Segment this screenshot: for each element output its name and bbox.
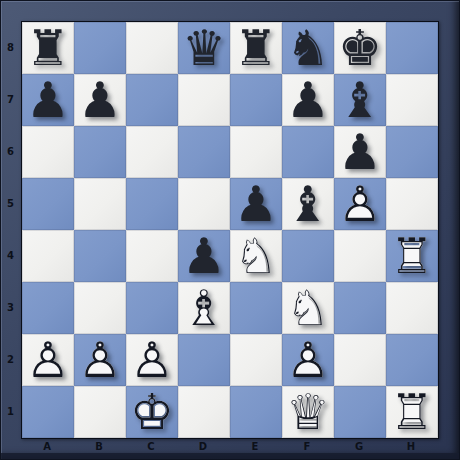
black-queen-glyph: ♛ xyxy=(178,22,230,74)
piece-black-pawn-e5[interactable]: ♟ xyxy=(230,178,282,230)
square-d8[interactable]: ♛ xyxy=(178,22,230,74)
rank-label: 3 xyxy=(0,281,21,333)
rank-label: 5 xyxy=(0,177,21,229)
piece-black-bishop-g7[interactable]: ♝ xyxy=(334,74,386,126)
black-rook-glyph: ♜ xyxy=(22,22,74,74)
white-knight-outline-glyph: ♘ xyxy=(282,282,334,334)
file-label: C xyxy=(125,438,177,454)
piece-white-rook-h1[interactable]: ♜♖ xyxy=(386,386,438,438)
file-label: B xyxy=(73,438,125,454)
piece-black-pawn-f7[interactable]: ♟ xyxy=(282,74,334,126)
square-e1[interactable] xyxy=(230,386,282,438)
rank-label: 2 xyxy=(0,333,21,385)
piece-white-pawn-c2[interactable]: ♟♙ xyxy=(126,334,178,386)
square-g8[interactable]: ♚ xyxy=(334,22,386,74)
piece-white-knight-f3[interactable]: ♞♘ xyxy=(282,282,334,334)
piece-black-bishop-f5[interactable]: ♝ xyxy=(282,178,334,230)
file-labels: ABCDEFGH xyxy=(21,438,437,454)
square-c7[interactable] xyxy=(126,74,178,126)
file-label: E xyxy=(229,438,281,454)
square-b3[interactable] xyxy=(74,282,126,334)
square-b8[interactable] xyxy=(74,22,126,74)
file-label: F xyxy=(281,438,333,454)
square-d3[interactable]: ♝♗ xyxy=(178,282,230,334)
square-g4[interactable] xyxy=(334,230,386,282)
square-e2[interactable] xyxy=(230,334,282,386)
piece-white-pawn-f2[interactable]: ♟♙ xyxy=(282,334,334,386)
square-h2[interactable] xyxy=(386,334,438,386)
square-c5[interactable] xyxy=(126,178,178,230)
piece-white-bishop-d3[interactable]: ♝♗ xyxy=(178,282,230,334)
rank-label: 8 xyxy=(0,21,21,73)
black-pawn-glyph: ♟ xyxy=(230,178,282,230)
white-rook-outline-glyph: ♖ xyxy=(386,386,438,438)
chess-board-frame: 87654321 ♜♛♜♞♚♟♟♟♝♟♟♝♟♙♟♞♘♜♖♝♗♞♘♟♙♟♙♟♙♟♙… xyxy=(0,0,460,460)
square-f7[interactable]: ♟ xyxy=(282,74,334,126)
white-bishop-outline-glyph: ♗ xyxy=(178,282,230,334)
square-c3[interactable] xyxy=(126,282,178,334)
square-b4[interactable] xyxy=(74,230,126,282)
black-rook-glyph: ♜ xyxy=(230,22,282,74)
white-queen-outline-glyph: ♕ xyxy=(282,386,334,438)
square-g3[interactable] xyxy=(334,282,386,334)
square-b7[interactable]: ♟ xyxy=(74,74,126,126)
file-label: G xyxy=(333,438,385,454)
square-b5[interactable] xyxy=(74,178,126,230)
black-pawn-glyph: ♟ xyxy=(22,74,74,126)
white-knight-outline-glyph: ♘ xyxy=(230,230,282,282)
piece-white-pawn-g5[interactable]: ♟♙ xyxy=(334,178,386,230)
white-pawn-outline-glyph: ♙ xyxy=(282,334,334,386)
piece-white-pawn-b2[interactable]: ♟♙ xyxy=(74,334,126,386)
piece-white-king-c1[interactable]: ♚♔ xyxy=(126,386,178,438)
rank-label: 1 xyxy=(0,385,21,437)
rank-label: 4 xyxy=(0,229,21,281)
square-h3[interactable] xyxy=(386,282,438,334)
piece-black-rook-e8[interactable]: ♜ xyxy=(230,22,282,74)
piece-black-pawn-b7[interactable]: ♟ xyxy=(74,74,126,126)
square-g7[interactable]: ♝ xyxy=(334,74,386,126)
square-d2[interactable] xyxy=(178,334,230,386)
file-label: D xyxy=(177,438,229,454)
white-pawn-outline-glyph: ♙ xyxy=(22,334,74,386)
square-d7[interactable] xyxy=(178,74,230,126)
square-h7[interactable] xyxy=(386,74,438,126)
black-pawn-glyph: ♟ xyxy=(178,230,230,282)
square-f8[interactable]: ♞ xyxy=(282,22,334,74)
square-g2[interactable] xyxy=(334,334,386,386)
white-pawn-outline-glyph: ♙ xyxy=(74,334,126,386)
square-f1[interactable]: ♛♕ xyxy=(282,386,334,438)
rank-label: 7 xyxy=(0,73,21,125)
white-pawn-outline-glyph: ♙ xyxy=(334,178,386,230)
piece-white-queen-f1[interactable]: ♛♕ xyxy=(282,386,334,438)
black-knight-glyph: ♞ xyxy=(282,22,334,74)
piece-black-king-g8[interactable]: ♚ xyxy=(334,22,386,74)
square-a6[interactable] xyxy=(22,126,74,178)
square-e4[interactable]: ♞♘ xyxy=(230,230,282,282)
black-pawn-glyph: ♟ xyxy=(282,74,334,126)
square-a3[interactable] xyxy=(22,282,74,334)
black-king-glyph: ♚ xyxy=(334,22,386,74)
square-c8[interactable] xyxy=(126,22,178,74)
square-a8[interactable]: ♜ xyxy=(22,22,74,74)
square-f6[interactable] xyxy=(282,126,334,178)
square-h5[interactable] xyxy=(386,178,438,230)
square-a2[interactable]: ♟♙ xyxy=(22,334,74,386)
square-a7[interactable]: ♟ xyxy=(22,74,74,126)
square-a1[interactable] xyxy=(22,386,74,438)
square-c2[interactable]: ♟♙ xyxy=(126,334,178,386)
piece-black-pawn-a7[interactable]: ♟ xyxy=(22,74,74,126)
piece-black-knight-f8[interactable]: ♞ xyxy=(282,22,334,74)
square-a4[interactable] xyxy=(22,230,74,282)
rank-label: 6 xyxy=(0,125,21,177)
white-pawn-outline-glyph: ♙ xyxy=(126,334,178,386)
square-f3[interactable]: ♞♘ xyxy=(282,282,334,334)
square-e8[interactable]: ♜ xyxy=(230,22,282,74)
square-a5[interactable] xyxy=(22,178,74,230)
piece-black-rook-a8[interactable]: ♜ xyxy=(22,22,74,74)
file-label: A xyxy=(21,438,73,454)
square-e3[interactable] xyxy=(230,282,282,334)
square-f5[interactable]: ♝ xyxy=(282,178,334,230)
piece-black-queen-d8[interactable]: ♛ xyxy=(178,22,230,74)
square-b1[interactable] xyxy=(74,386,126,438)
white-king-outline-glyph: ♔ xyxy=(126,386,178,438)
black-bishop-glyph: ♝ xyxy=(334,74,386,126)
piece-black-pawn-d4[interactable]: ♟ xyxy=(178,230,230,282)
piece-white-rook-h4[interactable]: ♜♖ xyxy=(386,230,438,282)
square-h8[interactable] xyxy=(386,22,438,74)
file-label: H xyxy=(385,438,437,454)
piece-white-pawn-a2[interactable]: ♟♙ xyxy=(22,334,74,386)
square-b6[interactable] xyxy=(74,126,126,178)
square-h1[interactable]: ♜♖ xyxy=(386,386,438,438)
square-f2[interactable]: ♟♙ xyxy=(282,334,334,386)
square-h6[interactable] xyxy=(386,126,438,178)
white-rook-outline-glyph: ♖ xyxy=(386,230,438,282)
piece-white-knight-e4[interactable]: ♞♘ xyxy=(230,230,282,282)
piece-black-pawn-g6[interactable]: ♟ xyxy=(334,126,386,178)
square-h4[interactable]: ♜♖ xyxy=(386,230,438,282)
square-d1[interactable] xyxy=(178,386,230,438)
square-b2[interactable]: ♟♙ xyxy=(74,334,126,386)
rank-labels: 87654321 xyxy=(0,21,21,437)
square-c6[interactable] xyxy=(126,126,178,178)
square-f4[interactable] xyxy=(282,230,334,282)
square-g5[interactable]: ♟♙ xyxy=(334,178,386,230)
square-e5[interactable]: ♟ xyxy=(230,178,282,230)
square-c4[interactable] xyxy=(126,230,178,282)
black-bishop-glyph: ♝ xyxy=(282,178,334,230)
square-g1[interactable] xyxy=(334,386,386,438)
square-d5[interactable] xyxy=(178,178,230,230)
chess-board: ♜♛♜♞♚♟♟♟♝♟♟♝♟♙♟♞♘♜♖♝♗♞♘♟♙♟♙♟♙♟♙♚♔♛♕♜♖ xyxy=(21,21,439,439)
square-g6[interactable]: ♟ xyxy=(334,126,386,178)
square-e6[interactable] xyxy=(230,126,282,178)
black-pawn-glyph: ♟ xyxy=(74,74,126,126)
square-c1[interactable]: ♚♔ xyxy=(126,386,178,438)
square-d4[interactable]: ♟ xyxy=(178,230,230,282)
square-d6[interactable] xyxy=(178,126,230,178)
square-e7[interactable] xyxy=(230,74,282,126)
black-pawn-glyph: ♟ xyxy=(334,126,386,178)
